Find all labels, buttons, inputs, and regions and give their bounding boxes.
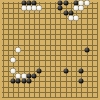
grid-line-horizontal [2,97,98,98]
grid-line-vertical [92,2,93,98]
black-stone [79,68,84,73]
grid-line-horizontal [2,60,98,61]
black-stone [74,0,79,5]
black-stone [84,47,89,52]
white-stone [11,58,16,63]
black-stone [11,79,16,84]
white-stone [68,16,73,21]
black-stone [32,74,37,79]
black-stone [26,79,31,84]
go-board[interactable] [0,0,100,100]
black-stone [58,5,63,10]
black-stone [63,68,68,73]
white-stone [16,74,21,79]
black-stone [68,11,73,16]
grid-line-vertical [66,2,67,98]
black-stone [32,0,37,5]
black-stone [37,68,42,73]
black-stone [16,79,21,84]
white-stone [21,74,26,79]
white-stone [16,47,21,52]
grid-line-vertical [60,2,61,98]
white-stone [74,5,79,10]
white-stone [32,5,37,10]
white-stone [79,0,84,5]
black-stone [63,0,68,5]
grid-line-horizontal [2,55,98,56]
black-stone [26,74,31,79]
black-stone [21,79,26,84]
white-stone [21,5,26,10]
white-stone [11,68,16,73]
white-stone [37,5,42,10]
grid-line-vertical [50,2,51,98]
white-stone [74,16,79,21]
grid-line-horizontal [2,66,98,67]
black-stone [26,0,31,5]
grid-line-horizontal [2,87,98,88]
go-board-grid[interactable] [0,0,100,100]
grid-line-vertical [97,2,98,98]
black-stone [79,79,84,84]
black-stone [63,11,68,16]
black-stone [21,0,26,5]
grid-line-horizontal [2,92,98,93]
grid-line-vertical [55,2,56,98]
white-stone [84,0,89,5]
white-stone [79,5,84,10]
white-stone [26,5,31,10]
black-stone [58,0,63,5]
